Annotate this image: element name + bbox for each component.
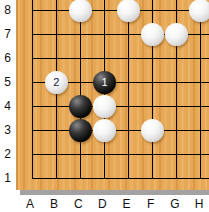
intersection-C7[interactable] (68, 22, 92, 46)
intersection-G8[interactable] (165, 0, 189, 22)
intersection-C5[interactable] (68, 70, 92, 94)
intersection-G2[interactable] (165, 142, 189, 166)
row-label-8: 8 (0, 0, 15, 22)
intersection-B3[interactable] (44, 118, 68, 142)
col-label-H: H (190, 196, 207, 212)
intersection-D7[interactable] (92, 22, 116, 46)
intersection-E3[interactable] (117, 118, 141, 142)
stone-white-F3[interactable] (141, 119, 164, 142)
intersection-D6[interactable] (92, 46, 116, 70)
col-label-D: D (94, 196, 111, 212)
intersection-D5[interactable]: 1 (92, 70, 116, 94)
row-label-5: 5 (0, 70, 15, 94)
intersection-D8[interactable] (92, 0, 116, 22)
col-label-G: G (166, 196, 183, 212)
intersection-G4[interactable] (165, 94, 189, 118)
intersection-H4[interactable] (189, 94, 209, 118)
intersection-F5[interactable] (141, 70, 165, 94)
intersection-E5[interactable] (117, 70, 141, 94)
intersection-D3[interactable] (92, 118, 116, 142)
intersection-H2[interactable] (189, 142, 209, 166)
goban: 21 (16, 0, 209, 190)
col-label-A: A (22, 196, 39, 212)
row-label-3: 3 (0, 118, 15, 142)
intersection-A1[interactable] (20, 166, 44, 190)
intersection-A8[interactable] (20, 0, 44, 22)
intersection-B1[interactable] (44, 166, 68, 190)
stone-white-F7[interactable] (141, 23, 164, 46)
intersection-D1[interactable] (92, 166, 116, 190)
go-diagram: 21 87654321 ABCDEFGH (0, 0, 209, 212)
intersection-B5[interactable]: 2 (44, 70, 68, 94)
intersection-G1[interactable] (165, 166, 189, 190)
intersection-F3[interactable] (141, 118, 165, 142)
move-number-label: 1 (101, 77, 107, 88)
intersection-H7[interactable] (189, 22, 209, 46)
col-label-F: F (142, 196, 159, 212)
intersection-F1[interactable] (141, 166, 165, 190)
stone-white-G7[interactable] (165, 23, 188, 46)
intersection-H8[interactable] (189, 0, 209, 22)
stone-black-D5[interactable]: 1 (93, 71, 116, 94)
intersection-B8[interactable] (44, 0, 68, 22)
intersection-G7[interactable] (165, 22, 189, 46)
intersection-B6[interactable] (44, 46, 68, 70)
row-label-7: 7 (0, 22, 15, 46)
stone-white-E8[interactable] (117, 0, 140, 22)
intersection-C3[interactable] (68, 118, 92, 142)
intersection-A6[interactable] (20, 46, 44, 70)
col-label-C: C (70, 196, 87, 212)
move-number-label: 2 (53, 77, 59, 88)
intersection-C4[interactable] (68, 94, 92, 118)
stone-white-D4[interactable] (93, 95, 116, 118)
intersection-H5[interactable] (189, 70, 209, 94)
col-label-E: E (118, 196, 135, 212)
intersection-D4[interactable] (92, 94, 116, 118)
intersection-C1[interactable] (68, 166, 92, 190)
intersection-B4[interactable] (44, 94, 68, 118)
intersection-F2[interactable] (141, 142, 165, 166)
intersection-H6[interactable] (189, 46, 209, 70)
intersection-B2[interactable] (44, 142, 68, 166)
intersection-G6[interactable] (165, 46, 189, 70)
intersection-C6[interactable] (68, 46, 92, 70)
intersection-E7[interactable] (117, 22, 141, 46)
intersection-A4[interactable] (20, 94, 44, 118)
row-label-6: 6 (0, 46, 15, 70)
intersection-F6[interactable] (141, 46, 165, 70)
row-label-1: 1 (0, 166, 15, 190)
intersection-A3[interactable] (20, 118, 44, 142)
row-label-2: 2 (0, 142, 15, 166)
intersection-F7[interactable] (141, 22, 165, 46)
stone-white-D3[interactable] (93, 119, 116, 142)
board-shadow (20, 190, 209, 195)
intersection-D2[interactable] (92, 142, 116, 166)
stone-white-B5[interactable]: 2 (45, 71, 68, 94)
intersection-B7[interactable] (44, 22, 68, 46)
col-label-B: B (46, 196, 63, 212)
intersection-H3[interactable] (189, 118, 209, 142)
intersection-E4[interactable] (117, 94, 141, 118)
intersection-E2[interactable] (117, 142, 141, 166)
stone-white-H8[interactable] (189, 0, 209, 22)
intersection-A2[interactable] (20, 142, 44, 166)
board-grid: 21 (20, 0, 209, 190)
stone-black-C3[interactable] (69, 119, 92, 142)
intersection-H1[interactable] (189, 166, 209, 190)
intersection-A5[interactable] (20, 70, 44, 94)
intersection-E8[interactable] (117, 0, 141, 22)
intersection-E6[interactable] (117, 46, 141, 70)
intersection-C8[interactable] (68, 0, 92, 22)
intersection-G5[interactable] (165, 70, 189, 94)
intersection-F4[interactable] (141, 94, 165, 118)
stone-black-C4[interactable] (69, 95, 92, 118)
intersection-G3[interactable] (165, 118, 189, 142)
stone-white-C8[interactable] (69, 0, 92, 22)
intersection-A7[interactable] (20, 22, 44, 46)
intersection-C2[interactable] (68, 142, 92, 166)
intersection-E1[interactable] (117, 166, 141, 190)
row-label-4: 4 (0, 94, 15, 118)
intersection-F8[interactable] (141, 0, 165, 22)
